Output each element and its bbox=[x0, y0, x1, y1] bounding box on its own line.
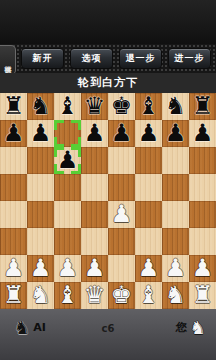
square-g4[interactable] bbox=[162, 201, 189, 228]
square-a1[interactable]: ♜ bbox=[0, 282, 27, 309]
square-g8[interactable]: ♞ bbox=[162, 93, 189, 120]
square-e8[interactable]: ♚ bbox=[108, 93, 135, 120]
square-b1[interactable]: ♞ bbox=[27, 282, 54, 309]
black-king: ♚ bbox=[108, 93, 135, 120]
black-pawn: ♟ bbox=[0, 120, 27, 147]
square-c3[interactable] bbox=[54, 228, 81, 255]
square-e4[interactable]: ♟ bbox=[108, 201, 135, 228]
square-d7[interactable]: ♟ bbox=[81, 120, 108, 147]
square-f4[interactable] bbox=[135, 201, 162, 228]
square-e6[interactable] bbox=[108, 147, 135, 174]
square-f5[interactable] bbox=[135, 174, 162, 201]
square-c6[interactable]: ♟ bbox=[54, 147, 81, 174]
square-d4[interactable] bbox=[81, 201, 108, 228]
square-h4[interactable] bbox=[189, 201, 216, 228]
square-g7[interactable]: ♟ bbox=[162, 120, 189, 147]
black-bishop: ♝ bbox=[135, 93, 162, 120]
square-f6[interactable] bbox=[135, 147, 162, 174]
square-e5[interactable] bbox=[108, 174, 135, 201]
square-h8[interactable]: ♜ bbox=[189, 93, 216, 120]
square-e2[interactable] bbox=[108, 255, 135, 282]
square-h7[interactable]: ♟ bbox=[189, 120, 216, 147]
square-g2[interactable]: ♟ bbox=[162, 255, 189, 282]
black-rook: ♜ bbox=[189, 93, 216, 120]
square-c2[interactable]: ♟ bbox=[54, 255, 81, 282]
square-h5[interactable] bbox=[189, 174, 216, 201]
square-h6[interactable] bbox=[189, 147, 216, 174]
move-highlight-corner bbox=[54, 147, 64, 157]
square-g1[interactable]: ♞ bbox=[162, 282, 189, 309]
bottom-bar: ♞ AI c6 您 ♞ bbox=[0, 309, 216, 360]
square-a4[interactable] bbox=[0, 201, 27, 228]
square-f3[interactable] bbox=[135, 228, 162, 255]
move-highlight-corner bbox=[71, 120, 81, 130]
toolbar: 新开 选项 退一步 进一步 bbox=[0, 44, 216, 73]
chess-board: ♜♞♝♛♚♝♞♜♟♟♟♟♟♟♟♟♟♟♟♟♟♟♟♟♜♞♝♛♚♝♞♜ bbox=[0, 93, 216, 309]
square-b6[interactable] bbox=[27, 147, 54, 174]
square-e3[interactable] bbox=[108, 228, 135, 255]
square-h2[interactable]: ♟ bbox=[189, 255, 216, 282]
square-g3[interactable] bbox=[162, 228, 189, 255]
black-pawn: ♟ bbox=[162, 120, 189, 147]
square-a3[interactable] bbox=[0, 228, 27, 255]
redo-move-button[interactable]: 进一步 bbox=[168, 48, 211, 69]
square-a8[interactable]: ♜ bbox=[0, 93, 27, 120]
square-b4[interactable] bbox=[27, 201, 54, 228]
last-move-text: c6 bbox=[0, 323, 216, 334]
square-b2[interactable]: ♟ bbox=[27, 255, 54, 282]
white-pawn: ♟ bbox=[189, 255, 216, 282]
square-d3[interactable] bbox=[81, 228, 108, 255]
square-c8[interactable]: ♝ bbox=[54, 93, 81, 120]
square-c1[interactable]: ♝ bbox=[54, 282, 81, 309]
square-a2[interactable]: ♟ bbox=[0, 255, 27, 282]
square-b7[interactable]: ♟ bbox=[27, 120, 54, 147]
square-e1[interactable]: ♚ bbox=[108, 282, 135, 309]
square-h1[interactable]: ♜ bbox=[189, 282, 216, 309]
square-d8[interactable]: ♛ bbox=[81, 93, 108, 120]
new-game-button[interactable]: 新开 bbox=[21, 48, 64, 69]
square-d1[interactable]: ♛ bbox=[81, 282, 108, 309]
black-knight: ♞ bbox=[162, 93, 189, 120]
square-a7[interactable]: ♟ bbox=[0, 120, 27, 147]
black-pawn: ♟ bbox=[108, 120, 135, 147]
black-pawn: ♟ bbox=[27, 120, 54, 147]
square-c5[interactable] bbox=[54, 174, 81, 201]
move-highlight-corner bbox=[54, 120, 64, 130]
square-g5[interactable] bbox=[162, 174, 189, 201]
square-d5[interactable] bbox=[81, 174, 108, 201]
move-highlight-corner bbox=[54, 164, 64, 174]
move-highlight-corner bbox=[71, 164, 81, 174]
square-c7[interactable] bbox=[54, 120, 81, 147]
undo-move-button[interactable]: 退一步 bbox=[119, 48, 162, 69]
square-d6[interactable] bbox=[81, 147, 108, 174]
white-pawn: ♟ bbox=[27, 255, 54, 282]
move-highlight-corner bbox=[71, 147, 81, 157]
move-list-tab[interactable]: 棋谱 bbox=[0, 45, 16, 75]
square-e7[interactable]: ♟ bbox=[108, 120, 135, 147]
white-pawn: ♟ bbox=[81, 255, 108, 282]
square-a6[interactable] bbox=[0, 147, 27, 174]
white-pawn: ♟ bbox=[135, 255, 162, 282]
white-bishop: ♝ bbox=[54, 282, 81, 309]
square-b8[interactable]: ♞ bbox=[27, 93, 54, 120]
white-knight: ♞ bbox=[27, 282, 54, 309]
square-g6[interactable] bbox=[162, 147, 189, 174]
turn-status-text: 轮到白方下 bbox=[0, 73, 216, 93]
options-button[interactable]: 选项 bbox=[70, 48, 113, 69]
square-a5[interactable] bbox=[0, 174, 27, 201]
square-c4[interactable] bbox=[54, 201, 81, 228]
square-f7[interactable]: ♟ bbox=[135, 120, 162, 147]
square-f2[interactable]: ♟ bbox=[135, 255, 162, 282]
white-rook: ♜ bbox=[0, 282, 27, 309]
square-h3[interactable] bbox=[189, 228, 216, 255]
white-pawn: ♟ bbox=[54, 255, 81, 282]
white-king: ♚ bbox=[108, 282, 135, 309]
black-pawn: ♟ bbox=[81, 120, 108, 147]
black-knight: ♞ bbox=[27, 93, 54, 120]
chess-app-screen: 新开 选项 退一步 进一步 棋谱 轮到白方下 ♜♞♝♛♚♝♞♜♟♟♟♟♟♟♟♟♟… bbox=[0, 0, 216, 360]
white-pawn: ♟ bbox=[108, 201, 135, 228]
black-pawn: ♟ bbox=[189, 120, 216, 147]
square-b3[interactable] bbox=[27, 228, 54, 255]
white-bishop: ♝ bbox=[135, 282, 162, 309]
white-pawn: ♟ bbox=[162, 255, 189, 282]
square-d2[interactable]: ♟ bbox=[81, 255, 108, 282]
square-f1[interactable]: ♝ bbox=[135, 282, 162, 309]
black-pawn: ♟ bbox=[135, 120, 162, 147]
white-queen: ♛ bbox=[81, 282, 108, 309]
square-b5[interactable] bbox=[27, 174, 54, 201]
top-empty-area bbox=[0, 0, 216, 44]
black-rook: ♜ bbox=[0, 93, 27, 120]
white-knight: ♞ bbox=[162, 282, 189, 309]
white-pawn: ♟ bbox=[0, 255, 27, 282]
black-queen: ♛ bbox=[81, 93, 108, 120]
square-f8[interactable]: ♝ bbox=[135, 93, 162, 120]
black-bishop: ♝ bbox=[54, 93, 81, 120]
white-rook: ♜ bbox=[189, 282, 216, 309]
